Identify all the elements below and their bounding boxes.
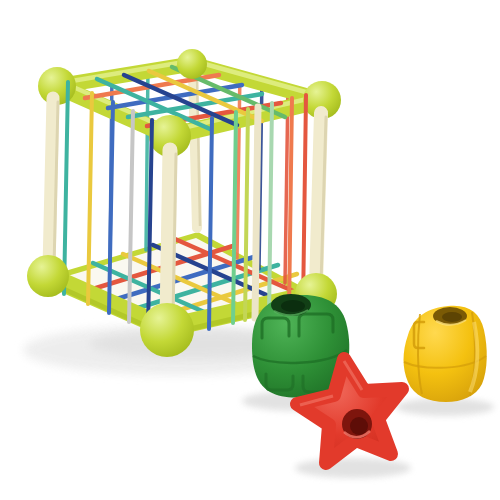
product-photo-svg — [0, 0, 500, 500]
corner-ball — [177, 49, 207, 79]
corner-ball — [140, 303, 194, 357]
post — [49, 98, 53, 268]
shape-hole-core — [281, 300, 305, 312]
star-shadow — [295, 458, 411, 478]
elastic-band — [255, 107, 258, 318]
corner-ball — [27, 255, 69, 297]
post — [167, 150, 170, 318]
elastic-band — [146, 66, 148, 250]
product-photo — [0, 0, 500, 500]
shape-hole-core — [350, 417, 368, 435]
shape-hole-core — [442, 312, 462, 322]
